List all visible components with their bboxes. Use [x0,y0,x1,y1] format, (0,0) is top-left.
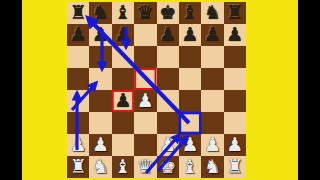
square-a2[interactable]: ♟ [67,134,89,156]
square-f6[interactable] [179,46,201,68]
white-queen-d1: ♛ [137,157,154,176]
square-a7[interactable]: ♟ [67,24,89,46]
square-f4[interactable] [179,90,201,112]
black-pawn-e7: ♟ [159,25,176,44]
black-pawn-c4: ♟ [114,91,131,110]
square-a1[interactable]: ♜ [67,156,89,178]
white-knight-b1: ♞ [92,157,109,176]
black-pawn-a7: ♟ [70,25,87,44]
square-c4[interactable]: ♟ [112,90,134,112]
square-f5[interactable] [179,68,201,90]
black-knight-g8: ♞ [204,3,221,22]
square-h6[interactable] [224,46,246,68]
square-e7[interactable]: ♟ [157,24,179,46]
square-d4[interactable]: ♟ [134,90,156,112]
white-pawn-g2: ♟ [204,135,221,154]
square-c2[interactable] [112,134,134,156]
square-h3[interactable] [224,112,246,134]
black-pawn-b7: ♟ [92,25,109,44]
square-g6[interactable] [201,46,223,68]
square-f2[interactable]: ♟ [179,134,201,156]
square-h1[interactable]: ♜ [224,156,246,178]
square-h8[interactable]: ♜ [224,2,246,24]
square-a6[interactable] [67,46,89,68]
square-b8[interactable]: ♞ [89,2,111,24]
square-g2[interactable]: ♟ [201,134,223,156]
square-e6[interactable] [157,46,179,68]
letterbox-right [298,0,320,180]
square-e5[interactable] [157,68,179,90]
square-c7[interactable]: ♟ [112,24,134,46]
square-f7[interactable]: ♟ [179,24,201,46]
square-e1[interactable]: ♚ [157,156,179,178]
square-b4[interactable] [89,90,111,112]
square-b2[interactable]: ♟ [89,134,111,156]
white-pawn-e2: ♟ [159,135,176,154]
square-g5[interactable] [201,68,223,90]
square-b6[interactable] [89,46,111,68]
white-pawn-f2: ♟ [182,135,199,154]
square-a4[interactable] [67,90,89,112]
square-g7[interactable]: ♟ [201,24,223,46]
square-c3[interactable] [112,112,134,134]
white-rook-h1: ♜ [226,157,243,176]
square-d3[interactable] [134,112,156,134]
letterbox-left [0,0,22,180]
square-d6[interactable] [134,46,156,68]
black-bishop-c8: ♝ [114,3,131,22]
square-g4[interactable] [201,90,223,112]
square-h4[interactable] [224,90,246,112]
video-frame: ♜♞♝♛♚♝♞♜♟♟♟♟♟♟♟♟♟♟♟♟♟♟♟♜♞♝♛♚♝♞♜ [0,0,320,180]
square-g1[interactable]: ♞ [201,156,223,178]
square-e3[interactable] [157,112,179,134]
square-d2[interactable] [134,134,156,156]
square-a3[interactable] [67,112,89,134]
black-pawn-h7: ♟ [226,25,243,44]
square-h5[interactable] [224,68,246,90]
square-b5[interactable] [89,68,111,90]
square-f1[interactable]: ♝ [179,156,201,178]
square-a8[interactable]: ♜ [67,2,89,24]
square-b1[interactable]: ♞ [89,156,111,178]
black-pawn-g7: ♟ [204,25,221,44]
square-b7[interactable]: ♟ [89,24,111,46]
black-rook-a8: ♜ [70,3,87,22]
square-h2[interactable]: ♟ [224,134,246,156]
white-pawn-h2: ♟ [226,135,243,154]
black-knight-b8: ♞ [92,3,109,22]
white-pawn-d4: ♟ [137,91,154,110]
black-bishop-f8: ♝ [182,3,199,22]
square-e4[interactable] [157,90,179,112]
square-d1[interactable]: ♛ [134,156,156,178]
square-c1[interactable]: ♝ [112,156,134,178]
square-d5[interactable] [134,68,156,90]
square-h7[interactable]: ♟ [224,24,246,46]
square-c8[interactable]: ♝ [112,2,134,24]
white-pawn-a2: ♟ [70,135,87,154]
black-queen-d8: ♛ [137,3,154,22]
square-a5[interactable] [67,68,89,90]
chess-board[interactable]: ♜♞♝♛♚♝♞♜♟♟♟♟♟♟♟♟♟♟♟♟♟♟♟♜♞♝♛♚♝♞♜ [67,2,246,178]
white-knight-g1: ♞ [204,157,221,176]
square-c6[interactable] [112,46,134,68]
white-pawn-b2: ♟ [92,135,109,154]
white-rook-a1: ♜ [70,157,87,176]
square-f8[interactable]: ♝ [179,2,201,24]
square-g3[interactable] [201,112,223,134]
black-rook-h8: ♜ [226,3,243,22]
white-bishop-f1: ♝ [182,157,199,176]
square-c5[interactable] [112,68,134,90]
square-f3[interactable] [179,112,201,134]
square-d7[interactable] [134,24,156,46]
black-pawn-c7: ♟ [114,25,131,44]
square-e8[interactable]: ♚ [157,2,179,24]
black-king-e8: ♚ [159,3,176,22]
square-e2[interactable]: ♟ [157,134,179,156]
white-bishop-c1: ♝ [114,157,131,176]
square-d8[interactable]: ♛ [134,2,156,24]
square-b3[interactable] [89,112,111,134]
square-g8[interactable]: ♞ [201,2,223,24]
white-king-e1: ♚ [159,157,176,176]
black-pawn-f7: ♟ [182,25,199,44]
